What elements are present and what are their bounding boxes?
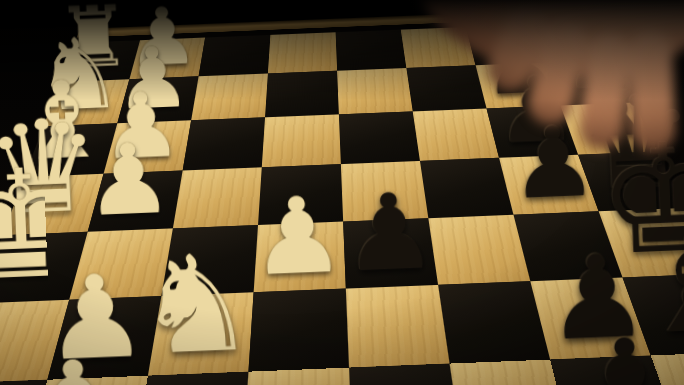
square-g5[interactable] xyxy=(349,364,463,385)
chess-scene: ♜♟♟♜♞♟♟♞♝♟♟♝♛♟♟♛♚♟♟♚♝♟♞♟♝♟♟♞♜♟♟♜ xyxy=(0,0,684,385)
square-a4[interactable] xyxy=(268,32,337,73)
piece-white-pawn-d2[interactable]: ♟ xyxy=(83,130,174,231)
piece-white-pawn-e4[interactable]: ♟ xyxy=(248,182,347,291)
player-hand xyxy=(418,0,684,169)
square-f5[interactable] xyxy=(346,285,450,368)
piece-black-pawn-e5[interactable]: ♟ xyxy=(340,178,439,287)
square-g7[interactable]: ♟ xyxy=(550,355,684,385)
square-c5[interactable] xyxy=(339,111,420,164)
square-f4[interactable] xyxy=(248,289,349,372)
square-f3[interactable]: ♞ xyxy=(148,292,254,375)
piece-white-knight-f3[interactable]: ♞ xyxy=(133,235,258,374)
piece-black-pawn-g7[interactable]: ♟ xyxy=(567,321,684,385)
square-g4[interactable] xyxy=(242,368,353,385)
square-g2[interactable]: ♟ xyxy=(21,376,148,385)
piece-black-knight-g8[interactable]: ♞ xyxy=(667,295,684,385)
hand-finger xyxy=(628,29,676,152)
square-e6[interactable] xyxy=(428,215,530,285)
square-a5[interactable] xyxy=(336,30,407,71)
square-g3[interactable] xyxy=(132,372,249,385)
square-b5[interactable] xyxy=(337,68,413,114)
square-c4[interactable] xyxy=(262,114,341,167)
piece-white-pawn-g2[interactable]: ♟ xyxy=(15,343,133,385)
square-d2[interactable]: ♟ xyxy=(88,171,183,232)
square-b4[interactable] xyxy=(265,71,339,118)
square-b3[interactable] xyxy=(191,74,268,121)
square-e5[interactable]: ♟ xyxy=(343,218,438,288)
square-e4[interactable]: ♟ xyxy=(254,222,346,293)
square-a3[interactable] xyxy=(199,35,271,76)
square-c3[interactable] xyxy=(183,117,265,170)
